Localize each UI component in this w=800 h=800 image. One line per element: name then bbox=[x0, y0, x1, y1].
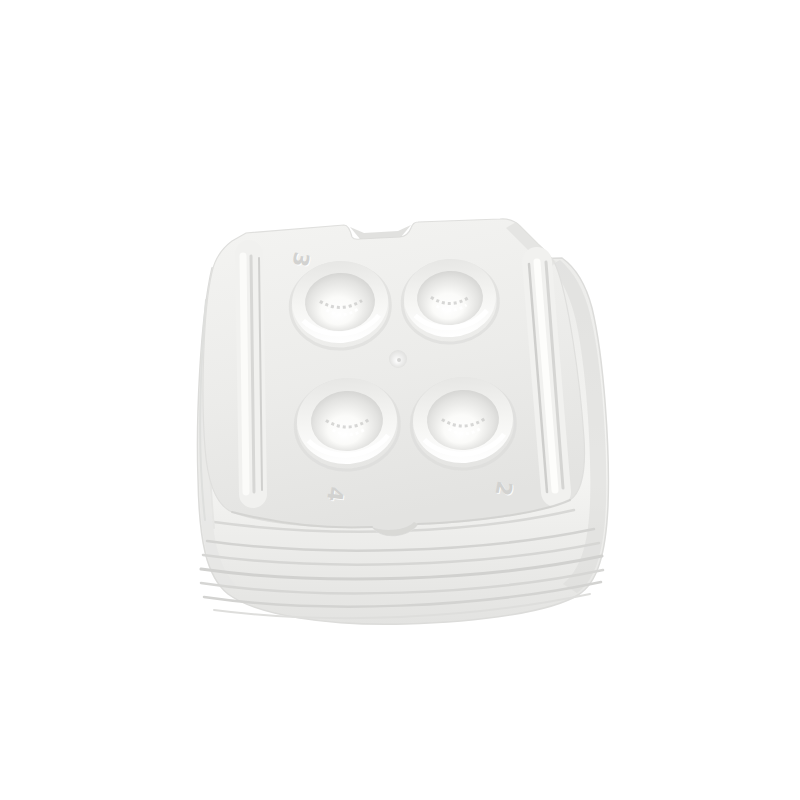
product-photo: 3 3 4 4 2 2 bbox=[0, 0, 800, 800]
embossed-number-4: 4 bbox=[322, 485, 348, 502]
center-dimple-dot bbox=[397, 358, 401, 362]
center-dimple bbox=[389, 350, 407, 368]
tray-top-face: 3 3 4 4 2 2 bbox=[203, 219, 584, 536]
left-grip-rail bbox=[243, 254, 262, 494]
left-rail-outer-rib bbox=[243, 256, 246, 492]
photo-stage: 3 3 4 4 2 2 bbox=[0, 0, 800, 800]
